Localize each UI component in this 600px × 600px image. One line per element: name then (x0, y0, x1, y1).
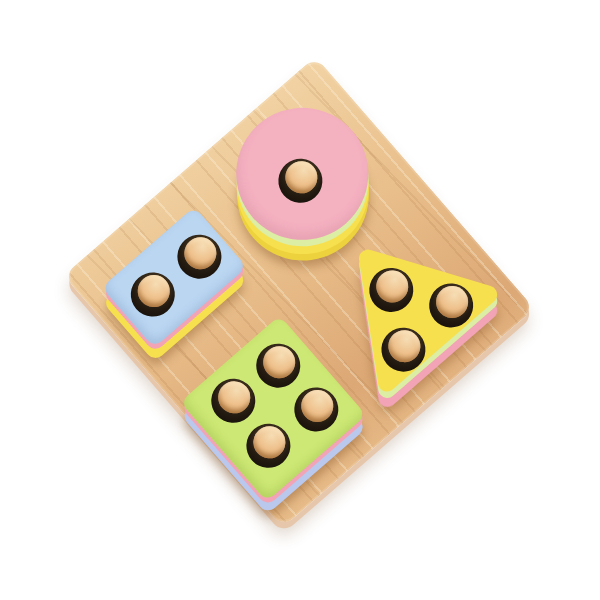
rectangle-stack (102, 207, 247, 348)
circle-stack (209, 81, 395, 267)
wooden-board (63, 56, 534, 527)
product-photo (0, 0, 600, 600)
